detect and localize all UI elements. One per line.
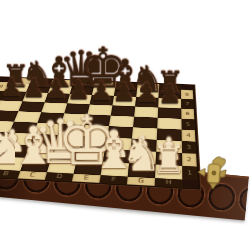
square-g5: [133, 117, 158, 129]
brass-clasp-icon: [196, 152, 231, 192]
square-e6: [87, 104, 112, 115]
square-d3: [54, 135, 82, 148]
coord-label: 3: [186, 145, 191, 151]
coord-label: G: [138, 178, 145, 185]
square-f3: [105, 137, 132, 150]
square-h4: [157, 128, 182, 141]
black-rook: ♜: [156, 67, 184, 99]
coord-label: 1: [187, 170, 192, 176]
square-h3: [156, 140, 182, 153]
chess-board: ABCDEFGH8♜♞♝♛♚♝♞♜87♟♟♟♟♟♟♟♟7665544332♟♟♟…: [0, 77, 200, 190]
coord-label: 4: [186, 133, 191, 138]
square-g7: ♟: [135, 97, 158, 108]
coord-file-d: D: [45, 172, 74, 181]
square-c5: [38, 112, 65, 124]
square-f7: ♟: [112, 96, 136, 107]
coord-label: D: [55, 174, 63, 180]
square-c7: ♟: [45, 93, 70, 103]
coord-rank-1: 1: [182, 166, 197, 180]
square-f5: [109, 116, 134, 128]
square-e2: ♟: [77, 148, 105, 162]
coord-file-c: C: [18, 171, 47, 180]
square-h1: ♜: [155, 165, 182, 180]
coord-label: B: [2, 171, 10, 177]
square-f1: ♝: [101, 162, 130, 177]
coord-label: 7: [185, 102, 189, 106]
coord-label: 2: [187, 157, 192, 163]
coord-label: E: [83, 175, 89, 181]
coord-rank-8: 8: [181, 90, 193, 100]
square-h5: [157, 118, 181, 130]
square-g1: ♞: [128, 163, 156, 178]
coord-label: C: [29, 172, 36, 178]
square-d6: [64, 103, 89, 114]
coord-rank-5: 5: [181, 119, 194, 130]
coord-file-h: H: [155, 178, 183, 187]
coord-rank-6: 6: [181, 109, 194, 120]
coord-label: 6: [185, 112, 190, 117]
coord-rank-7: 7: [181, 99, 194, 109]
square-c2: ♟: [25, 145, 54, 159]
square-c4: [34, 123, 62, 135]
coord-label: F: [111, 177, 116, 183]
coord-file-g: G: [127, 177, 155, 186]
coord-label: 8: [185, 92, 189, 96]
coord-rank-4: 4: [182, 130, 196, 142]
square-b4: [9, 122, 37, 134]
coord-rank-2: 2: [182, 153, 197, 167]
coord-label: 5: [186, 122, 191, 127]
coord-file-e: E: [72, 174, 101, 183]
coord-rank-3: 3: [182, 141, 196, 154]
black-rook: ♜: [2, 61, 30, 92]
coord-label: H: [166, 179, 172, 186]
coord-file-f: F: [99, 175, 127, 184]
square-g8: ♞: [136, 88, 159, 98]
coord-label: 8: [0, 84, 4, 88]
square-g4: [132, 127, 157, 140]
square-e1: ♚: [74, 160, 103, 175]
square-c1: ♝: [20, 158, 50, 173]
board-3d-wrapper: ABCDEFGH8♜♞♝♛♚♝♞♜87♟♟♟♟♟♟♟♟7665544332♟♟♟…: [0, 77, 200, 190]
chess-set-photo: ABCDEFGH8♜♞♝♛♚♝♞♜87♟♟♟♟♟♟♟♟7665544332♟♟♟…: [0, 0, 250, 250]
square-d1: ♛: [47, 159, 77, 174]
